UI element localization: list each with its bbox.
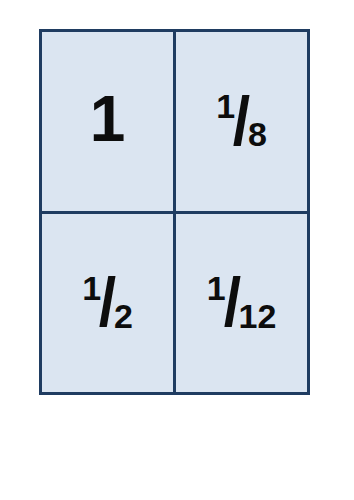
fraction: 1 / 8 bbox=[216, 91, 267, 152]
fraction-denominator: 2 bbox=[114, 299, 133, 333]
fraction-denominator: 12 bbox=[239, 299, 277, 333]
fraction-denominator: 8 bbox=[248, 117, 267, 151]
fraction: 1 / 12 bbox=[207, 272, 277, 333]
card-one-eighth[interactable]: 1 / 8 bbox=[176, 32, 307, 211]
card-one-twelfth[interactable]: 1 / 12 bbox=[176, 214, 307, 393]
fraction-card-grid: 1 1 / 8 1 / 2 1 / 12 bbox=[39, 29, 310, 395]
card-value-whole: 1 bbox=[90, 87, 126, 151]
fraction: 1 / 2 bbox=[82, 272, 133, 333]
card-one-half[interactable]: 1 / 2 bbox=[42, 214, 173, 393]
fraction-numerator: 1 bbox=[207, 271, 226, 305]
card-one[interactable]: 1 bbox=[42, 32, 173, 211]
